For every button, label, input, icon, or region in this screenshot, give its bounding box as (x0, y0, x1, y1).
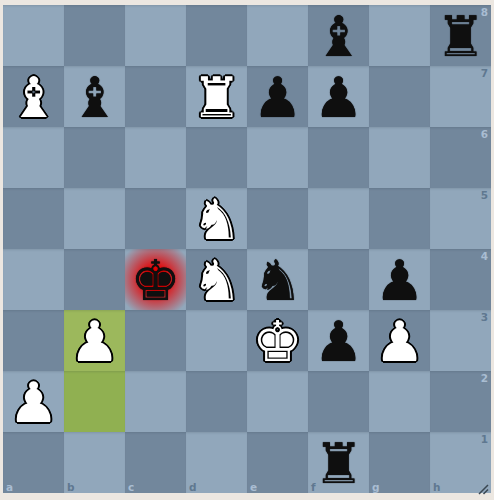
square-f5[interactable] (308, 188, 369, 249)
square-b3[interactable]: ♟ (64, 310, 125, 371)
piece-black-pawn[interactable]: ♟ (308, 66, 369, 127)
square-e3[interactable]: ♚ (247, 310, 308, 371)
square-h2[interactable]: 2 (430, 371, 491, 432)
square-f3[interactable]: ♟ (308, 310, 369, 371)
square-d5[interactable]: ♞ (186, 188, 247, 249)
board-resize-handle-icon[interactable] (478, 480, 489, 491)
square-h7[interactable]: 7 (430, 66, 491, 127)
square-d7[interactable]: ♜ (186, 66, 247, 127)
square-g7[interactable] (369, 66, 430, 127)
rank-label-6: 6 (481, 128, 488, 140)
piece-white-pawn[interactable]: ♟ (369, 310, 430, 371)
square-f7[interactable]: ♟ (308, 66, 369, 127)
square-h6[interactable]: 6 (430, 127, 491, 188)
square-a6[interactable] (3, 127, 64, 188)
square-g8[interactable] (369, 5, 430, 66)
square-g4[interactable]: ♟ (369, 249, 430, 310)
piece-black-rook[interactable]: ♜ (308, 432, 369, 493)
square-a5[interactable] (3, 188, 64, 249)
square-f6[interactable] (308, 127, 369, 188)
square-c1[interactable]: c (125, 432, 186, 493)
square-a2[interactable]: ♟ (3, 371, 64, 432)
square-b7[interactable]: ♝ (64, 66, 125, 127)
piece-white-pawn[interactable]: ♟ (64, 310, 125, 371)
piece-black-pawn[interactable]: ♟ (369, 249, 430, 310)
square-e7[interactable]: ♟ (247, 66, 308, 127)
square-f4[interactable] (308, 249, 369, 310)
file-label-e: e (250, 481, 257, 493)
square-e4[interactable]: ♞ (247, 249, 308, 310)
piece-black-knight[interactable]: ♞ (247, 249, 308, 310)
square-b4[interactable] (64, 249, 125, 310)
square-g6[interactable] (369, 127, 430, 188)
square-a1[interactable]: a (3, 432, 64, 493)
square-b8[interactable] (64, 5, 125, 66)
piece-white-king[interactable]: ♚ (247, 310, 308, 371)
square-h4[interactable]: 4 (430, 249, 491, 310)
square-e8[interactable] (247, 5, 308, 66)
square-c5[interactable] (125, 188, 186, 249)
square-c3[interactable] (125, 310, 186, 371)
square-a7[interactable]: ♝ (3, 66, 64, 127)
piece-black-rook[interactable]: ♜ (430, 5, 491, 66)
piece-black-pawn[interactable]: ♟ (308, 310, 369, 371)
file-label-d: d (189, 481, 197, 493)
piece-white-knight[interactable]: ♞ (186, 188, 247, 249)
square-d6[interactable] (186, 127, 247, 188)
square-f1[interactable]: ♜f (308, 432, 369, 493)
square-d1[interactable]: d (186, 432, 247, 493)
piece-white-knight[interactable]: ♞ (186, 249, 247, 310)
rank-label-3: 3 (481, 311, 488, 323)
piece-white-rook[interactable]: ♜ (186, 66, 247, 127)
square-a8[interactable] (3, 5, 64, 66)
square-h8[interactable]: ♜8 (430, 5, 491, 66)
square-b2[interactable] (64, 371, 125, 432)
square-h3[interactable]: 3 (430, 310, 491, 371)
piece-black-bishop[interactable]: ♝ (308, 5, 369, 66)
file-label-b: b (67, 481, 75, 493)
file-label-c: c (128, 481, 134, 493)
piece-black-bishop[interactable]: ♝ (64, 66, 125, 127)
square-g3[interactable]: ♟ (369, 310, 430, 371)
square-c6[interactable] (125, 127, 186, 188)
rank-label-7: 7 (481, 67, 488, 79)
board-frame: ♝♜8♝♝♜♟♟76♞5♚♞♞♟4♟♚♟♟3♟2abcde♜fg1h (0, 0, 494, 500)
square-b5[interactable] (64, 188, 125, 249)
square-c8[interactable] (125, 5, 186, 66)
square-e5[interactable] (247, 188, 308, 249)
rank-label-2: 2 (481, 372, 488, 384)
square-g1[interactable]: g (369, 432, 430, 493)
square-b1[interactable]: b (64, 432, 125, 493)
square-a3[interactable] (3, 310, 64, 371)
piece-white-bishop[interactable]: ♝ (3, 66, 64, 127)
square-d4[interactable]: ♞ (186, 249, 247, 310)
file-label-h: h (433, 481, 440, 493)
square-e6[interactable] (247, 127, 308, 188)
square-c7[interactable] (125, 66, 186, 127)
rank-label-5: 5 (481, 189, 488, 201)
chess-board: ♝♜8♝♝♜♟♟76♞5♚♞♞♟4♟♚♟♟3♟2abcde♜fg1h (3, 5, 491, 493)
rank-label-1: 1 (481, 433, 488, 445)
rank-label-4: 4 (481, 250, 488, 262)
square-f2[interactable] (308, 371, 369, 432)
square-g5[interactable] (369, 188, 430, 249)
piece-black-pawn[interactable]: ♟ (247, 66, 308, 127)
file-label-a: a (6, 481, 13, 493)
square-g2[interactable] (369, 371, 430, 432)
square-a4[interactable] (3, 249, 64, 310)
square-f8[interactable]: ♝ (308, 5, 369, 66)
square-d8[interactable] (186, 5, 247, 66)
square-c2[interactable] (125, 371, 186, 432)
square-e2[interactable] (247, 371, 308, 432)
piece-white-pawn[interactable]: ♟ (3, 371, 64, 432)
piece-black-king[interactable]: ♚ (125, 249, 186, 310)
file-label-g: g (372, 481, 380, 493)
square-c4[interactable]: ♚ (125, 249, 186, 310)
square-d3[interactable] (186, 310, 247, 371)
square-b6[interactable] (64, 127, 125, 188)
square-e1[interactable]: e (247, 432, 308, 493)
square-h5[interactable]: 5 (430, 188, 491, 249)
square-d2[interactable] (186, 371, 247, 432)
